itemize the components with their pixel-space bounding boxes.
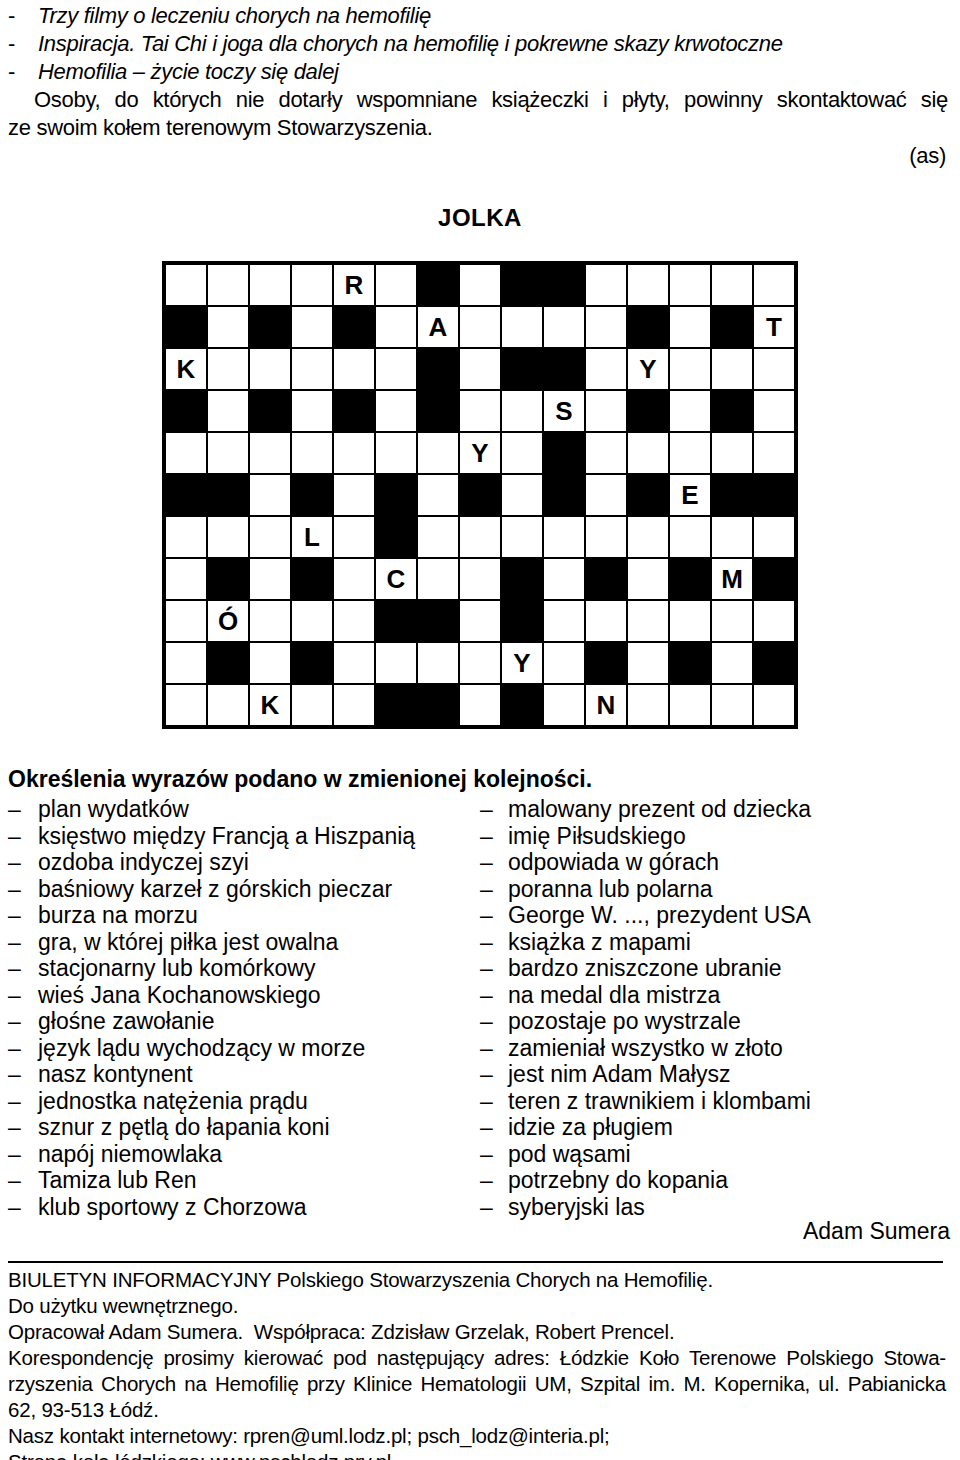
black-cell-r3c10 <box>544 349 584 389</box>
clue-text: imię Piłsudskiego <box>508 823 686 850</box>
black-cell-r6c4 <box>292 475 332 515</box>
clue-item: –na medal dla mistrza <box>480 982 950 1009</box>
dash-marker: – <box>8 982 38 1009</box>
cell-r3c11[interactable] <box>586 349 626 389</box>
cell-r10c8[interactable] <box>460 643 500 683</box>
cell-r10c3[interactable] <box>250 643 290 683</box>
crossword-grid-wrapper: RATKYSYELCMÓYKN <box>0 261 960 729</box>
cell-r3c3[interactable] <box>250 349 290 389</box>
clue-item: –syberyjski las <box>480 1194 950 1221</box>
cell-r9c3[interactable] <box>250 601 290 641</box>
dash-marker: – <box>8 955 38 982</box>
intro-section: -Trzy filmy o leczeniu chorych na hemofi… <box>8 2 948 170</box>
cell-r3c13[interactable] <box>670 349 710 389</box>
cell-r4c13[interactable] <box>670 391 710 431</box>
clue-item: –klub sportowy z Chorzowa <box>8 1194 480 1221</box>
cell-r11c12[interactable] <box>628 685 668 725</box>
cell-r3c8[interactable] <box>460 349 500 389</box>
footer-line: Do użytku wewnętrznego. <box>8 1293 946 1319</box>
clue-text: książka z mapami <box>508 929 691 956</box>
cell-r9c14[interactable] <box>712 601 752 641</box>
cell-r10c9[interactable]: Y <box>502 643 542 683</box>
dash-marker: – <box>480 796 508 823</box>
clue-text: burza na morzu <box>38 902 198 929</box>
cell-r3c4[interactable] <box>292 349 332 389</box>
cell-r7c12[interactable] <box>628 517 668 557</box>
cell-r11c15[interactable] <box>754 685 794 725</box>
black-cell-r6c1 <box>166 475 206 515</box>
black-cell-r8c15 <box>754 559 794 599</box>
cell-r3c1[interactable]: K <box>166 349 206 389</box>
cell-r5c2[interactable] <box>208 433 248 473</box>
black-cell-r8c2 <box>208 559 248 599</box>
clue-item: –teren z trawnikiem i klombami <box>480 1088 950 1115</box>
dash-marker: – <box>8 796 38 823</box>
puzzle-author: Adam Sumera <box>803 1218 950 1245</box>
cell-r11c8[interactable] <box>460 685 500 725</box>
cell-r3c6[interactable] <box>376 349 416 389</box>
clue-item: –książka z mapami <box>480 929 950 956</box>
cell-r7c10[interactable] <box>544 517 584 557</box>
cell-r10c12[interactable] <box>628 643 668 683</box>
black-cell-r6c6 <box>376 475 416 515</box>
clue-item: –plan wydatków <box>8 796 480 823</box>
clue-item: –jednostka natężenia prądu <box>8 1088 480 1115</box>
intro-list-item: -Trzy filmy o leczeniu chorych na hemofi… <box>8 2 948 30</box>
clue-item: –potrzebny do kopania <box>480 1167 950 1194</box>
clue-item: –nasz kontynent <box>8 1061 480 1088</box>
clue-item: –poranna lub polarna <box>480 876 950 903</box>
intro-paragraph-line: Osoby, do których nie dotarły wspomniane… <box>8 86 948 114</box>
footer-section: BIULETYN INFORMACYJNY Polskiego Stowarzy… <box>8 1267 946 1460</box>
black-cell-r9c7 <box>418 601 458 641</box>
intro-list-item: -Inspiracja. Tai Chi i joga dla chorych … <box>8 30 948 58</box>
cell-r3c14[interactable] <box>712 349 752 389</box>
black-cell-r11c9 <box>502 685 542 725</box>
cell-r5c4[interactable] <box>292 433 332 473</box>
dash-marker: – <box>480 1114 508 1141</box>
black-cell-r6c15 <box>754 475 794 515</box>
cell-r4c6[interactable] <box>376 391 416 431</box>
cell-r5c1[interactable] <box>166 433 206 473</box>
clue-item: –Tamiza lub Ren <box>8 1167 480 1194</box>
clue-text: malowany prezent od dziecka <box>508 796 811 823</box>
clue-text: bardzo zniszczone ubranie <box>508 955 782 982</box>
clue-item: –stacjonarny lub komórkowy <box>8 955 480 982</box>
cell-r9c1[interactable] <box>166 601 206 641</box>
dash-marker: – <box>8 1194 38 1221</box>
black-cell-r10c2 <box>208 643 248 683</box>
cell-r8c14[interactable]: M <box>712 559 752 599</box>
dash-marker: – <box>480 1008 508 1035</box>
clue-item: –jest nim Adam Małysz <box>480 1061 950 1088</box>
dash-marker: – <box>480 929 508 956</box>
byline-as: (as) <box>8 142 948 170</box>
cell-r10c10[interactable] <box>544 643 584 683</box>
cell-r9c13[interactable] <box>670 601 710 641</box>
clue-item: –malowany prezent od dziecka <box>480 796 950 823</box>
dash-marker: – <box>480 1167 508 1194</box>
clue-text: napój niemowlaka <box>38 1141 222 1168</box>
cell-r6c11[interactable] <box>586 475 626 515</box>
bulletin-page: { "game": "jolka (Polish crossword puzzl… <box>0 0 960 1460</box>
cell-r11c4[interactable] <box>292 685 332 725</box>
clue-item: –ozdoba indyczej szyi <box>8 849 480 876</box>
clue-text: księstwo między Francją a Hiszpanią <box>38 823 415 850</box>
black-cell-r11c7 <box>418 685 458 725</box>
clue-item: –pozostaje po wystrzale <box>480 1008 950 1035</box>
cell-r1c14[interactable] <box>712 265 752 305</box>
cell-r2c2[interactable] <box>208 307 248 347</box>
clue-text: teren z trawnikiem i klombami <box>508 1088 811 1115</box>
clue-item: –język lądu wychodzący w morze <box>8 1035 480 1062</box>
clue-text: pozostaje po wystrzale <box>508 1008 741 1035</box>
black-cell-r8c9 <box>502 559 542 599</box>
clue-text: odpowiada w górach <box>508 849 719 876</box>
black-cell-r6c8 <box>460 475 500 515</box>
cell-r1c5[interactable]: R <box>334 265 374 305</box>
clue-text: George W. ..., prezydent USA <box>508 902 811 929</box>
clue-item: –bardzo zniszczone ubranie <box>480 955 950 982</box>
cell-r5c11[interactable] <box>586 433 626 473</box>
clue-text: klub sportowy z Chorzowa <box>38 1194 306 1221</box>
cell-r10c7[interactable] <box>418 643 458 683</box>
dash-marker: – <box>480 1088 508 1115</box>
dash-marker: – <box>8 1114 38 1141</box>
cell-r5c9[interactable] <box>502 433 542 473</box>
intro-list: -Trzy filmy o leczeniu chorych na hemofi… <box>8 2 948 86</box>
dash-marker: – <box>8 1167 38 1194</box>
black-cell-r4c7 <box>418 391 458 431</box>
cell-r2c13[interactable] <box>670 307 710 347</box>
clues-heading: Określenia wyrazów podano w zmienionej k… <box>8 766 592 793</box>
cell-r11c1[interactable] <box>166 685 206 725</box>
dash-marker: – <box>480 823 508 850</box>
cell-r2c8[interactable] <box>460 307 500 347</box>
dash-marker: - <box>8 30 38 58</box>
cell-r10c14[interactable] <box>712 643 752 683</box>
black-cell-r4c5 <box>334 391 374 431</box>
cell-r9c4[interactable] <box>292 601 332 641</box>
cell-r2c4[interactable] <box>292 307 332 347</box>
dash-marker: – <box>8 1008 38 1035</box>
clue-item: –George W. ..., prezydent USA <box>480 902 950 929</box>
footer-email-line: Nasz kontakt internetowy: rpren@uml.lodz… <box>8 1423 946 1449</box>
clue-text: wieś Jana Kochanowskiego <box>38 982 321 1009</box>
cell-r1c4[interactable] <box>292 265 332 305</box>
black-cell-r4c14 <box>712 391 752 431</box>
footer-separator-line <box>8 1261 943 1263</box>
cell-r3c15[interactable] <box>754 349 794 389</box>
clue-text: jednostka natężenia prądu <box>38 1088 308 1115</box>
black-cell-r8c11 <box>586 559 626 599</box>
black-cell-r1c10 <box>544 265 584 305</box>
cell-r5c3[interactable] <box>250 433 290 473</box>
cell-r2c15[interactable]: T <box>754 307 794 347</box>
black-cell-r3c9 <box>502 349 542 389</box>
cell-r7c11[interactable] <box>586 517 626 557</box>
dash-marker: – <box>8 1035 38 1062</box>
clue-text: jest nim Adam Małysz <box>508 1061 730 1088</box>
cell-r5c14[interactable] <box>712 433 752 473</box>
black-cell-r10c15 <box>754 643 794 683</box>
black-cell-r4c3 <box>250 391 290 431</box>
cell-r5c6[interactable] <box>376 433 416 473</box>
cell-r7c15[interactable] <box>754 517 794 557</box>
cell-r7c14[interactable] <box>712 517 752 557</box>
clue-text: pod wąsami <box>508 1141 631 1168</box>
clue-text: syberyjski las <box>508 1194 645 1221</box>
black-cell-r2c1 <box>166 307 206 347</box>
black-cell-r6c12 <box>628 475 668 515</box>
clue-text: zamieniał wszystko w złoto <box>508 1035 783 1062</box>
clue-text: potrzebny do kopania <box>508 1167 728 1194</box>
dash-marker: – <box>480 955 508 982</box>
dash-marker: - <box>8 58 38 86</box>
footer-line: Opracował Adam Sumera. Współpraca: Zdzis… <box>8 1319 946 1345</box>
dash-marker: – <box>8 823 38 850</box>
dash-marker: – <box>480 1035 508 1062</box>
cell-r5c7[interactable] <box>418 433 458 473</box>
cell-r6c5[interactable] <box>334 475 374 515</box>
clue-item: –odpowiada w górach <box>480 849 950 876</box>
clue-text: nasz kontynent <box>38 1061 193 1088</box>
cell-r6c9[interactable] <box>502 475 542 515</box>
cell-r8c3[interactable] <box>250 559 290 599</box>
dash-marker: – <box>480 849 508 876</box>
clues-columns: –plan wydatków–księstwo między Francją a… <box>8 796 950 1220</box>
cell-r8c6[interactable]: C <box>376 559 416 599</box>
cell-r5c12[interactable] <box>628 433 668 473</box>
cell-r8c10[interactable] <box>544 559 584 599</box>
dash-marker: – <box>480 1061 508 1088</box>
clue-text: plan wydatków <box>38 796 189 823</box>
cell-r5c13[interactable] <box>670 433 710 473</box>
cell-r11c3[interactable]: K <box>250 685 290 725</box>
black-cell-r1c7 <box>418 265 458 305</box>
black-cell-r9c6 <box>376 601 416 641</box>
cell-r4c15[interactable] <box>754 391 794 431</box>
intro-list-item: -Hemofilia – życie toczy się dalej <box>8 58 948 86</box>
cell-r6c13[interactable]: E <box>670 475 710 515</box>
cell-r10c6[interactable] <box>376 643 416 683</box>
cell-r4c11[interactable] <box>586 391 626 431</box>
clue-text: na medal dla mistrza <box>508 982 720 1009</box>
black-cell-r4c12 <box>628 391 668 431</box>
clue-text: stacjonarny lub komórkowy <box>38 955 315 982</box>
footer-line: 62, 93-513 Łódź. <box>8 1397 946 1423</box>
black-cell-r1c9 <box>502 265 542 305</box>
black-cell-r6c14 <box>712 475 752 515</box>
black-cell-r4c1 <box>166 391 206 431</box>
black-cell-r9c9 <box>502 601 542 641</box>
footer-line: Korespondencję prosimy kierować pod nast… <box>8 1345 946 1371</box>
black-cell-r10c4 <box>292 643 332 683</box>
cell-r4c2[interactable] <box>208 391 248 431</box>
cell-r7c13[interactable] <box>670 517 710 557</box>
cell-r8c12[interactable] <box>628 559 668 599</box>
cell-r7c9[interactable] <box>502 517 542 557</box>
dash-marker: – <box>8 1061 38 1088</box>
cell-r11c13[interactable] <box>670 685 710 725</box>
cell-r1c1[interactable] <box>166 265 206 305</box>
clue-item: –idzie za pługiem <box>480 1114 950 1141</box>
cell-r11c11[interactable]: N <box>586 685 626 725</box>
cell-r9c2[interactable]: Ó <box>208 601 248 641</box>
clue-item: –burza na morzu <box>8 902 480 929</box>
clue-item: –zamieniał wszystko w złoto <box>480 1035 950 1062</box>
cell-r4c8[interactable] <box>460 391 500 431</box>
dash-marker: – <box>8 929 38 956</box>
clue-item: –pod wąsami <box>480 1141 950 1168</box>
cell-r9c15[interactable] <box>754 601 794 641</box>
clues-column-right: –malowany prezent od dziecka–imię Piłsud… <box>480 796 950 1220</box>
black-cell-r8c4 <box>292 559 332 599</box>
cell-r9c8[interactable] <box>460 601 500 641</box>
clue-item: –księstwo między Francją a Hiszpanią <box>8 823 480 850</box>
cell-r9c10[interactable] <box>544 601 584 641</box>
cell-r9c11[interactable] <box>586 601 626 641</box>
clue-text: idzie za pługiem <box>508 1114 673 1141</box>
cell-r1c2[interactable] <box>208 265 248 305</box>
intro-item-text: Inspiracja. Tai Chi i joga dla chorych n… <box>38 30 783 58</box>
dash-marker: – <box>8 1141 38 1168</box>
cell-r11c5[interactable] <box>334 685 374 725</box>
cell-r1c13[interactable] <box>670 265 710 305</box>
footer-website-line: Strona koła łódzkiego: www.pschlodz.prv.… <box>8 1449 946 1460</box>
clue-text: baśniowy karzeł z górskich pieczar <box>38 876 392 903</box>
black-cell-r6c2 <box>208 475 248 515</box>
black-cell-r8c13 <box>670 559 710 599</box>
cell-r1c3[interactable] <box>250 265 290 305</box>
cell-r5c5[interactable] <box>334 433 374 473</box>
clue-text: gra, w której piłka jest owalna <box>38 929 338 956</box>
cell-r3c12[interactable]: Y <box>628 349 668 389</box>
cell-r1c12[interactable] <box>628 265 668 305</box>
cell-r4c4[interactable] <box>292 391 332 431</box>
cell-r2c6[interactable] <box>376 307 416 347</box>
puzzle-title: JOLKA <box>0 204 960 232</box>
cell-r3c5[interactable] <box>334 349 374 389</box>
cell-r8c1[interactable] <box>166 559 206 599</box>
footer-line: rzyszenia Chorych na Hemofilię przy Klin… <box>8 1371 946 1397</box>
cell-r11c2[interactable] <box>208 685 248 725</box>
black-cell-r10c11 <box>586 643 626 683</box>
cell-r11c10[interactable] <box>544 685 584 725</box>
cell-r3c2[interactable] <box>208 349 248 389</box>
black-cell-r2c12 <box>628 307 668 347</box>
black-cell-r2c14 <box>712 307 752 347</box>
cell-r4c9[interactable] <box>502 391 542 431</box>
black-cell-r10c13 <box>670 643 710 683</box>
dash-marker: – <box>480 876 508 903</box>
dash-marker: – <box>480 1194 508 1221</box>
clue-text: sznur z pętlą do łapania koni <box>38 1114 330 1141</box>
dash-marker: – <box>8 1088 38 1115</box>
black-cell-r7c6 <box>376 517 416 557</box>
intro-paragraph-line: ze swoim kołem terenowym Stowarzyszenia. <box>8 114 948 142</box>
cell-r8c5[interactable] <box>334 559 374 599</box>
cell-r2c11[interactable] <box>586 307 626 347</box>
clue-item: –gra, w której piłka jest owalna <box>8 929 480 956</box>
cell-r1c15[interactable] <box>754 265 794 305</box>
cell-r7c5[interactable] <box>334 517 374 557</box>
cell-r9c12[interactable] <box>628 601 668 641</box>
clue-text: Tamiza lub Ren <box>38 1167 197 1194</box>
cell-r2c7[interactable]: A <box>418 307 458 347</box>
cell-r7c7[interactable] <box>418 517 458 557</box>
intro-item-text: Trzy filmy o leczeniu chorych na hemofil… <box>38 2 431 30</box>
clue-item: –wieś Jana Kochanowskiego <box>8 982 480 1009</box>
cell-r8c8[interactable] <box>460 559 500 599</box>
dash-marker: – <box>480 902 508 929</box>
black-cell-r2c5 <box>334 307 374 347</box>
cell-r6c3[interactable] <box>250 475 290 515</box>
cell-r10c1[interactable] <box>166 643 206 683</box>
black-cell-r2c3 <box>250 307 290 347</box>
clue-item: –baśniowy karzeł z górskich pieczar <box>8 876 480 903</box>
cell-r8c7[interactable] <box>418 559 458 599</box>
black-cell-r6c10 <box>544 475 584 515</box>
clue-item: –napój niemowlaka <box>8 1141 480 1168</box>
cell-r9c5[interactable] <box>334 601 374 641</box>
dash-marker: – <box>480 982 508 1009</box>
intro-item-text: Hemofilia – życie toczy się dalej <box>38 58 339 86</box>
clues-column-left: –plan wydatków–księstwo między Francją a… <box>8 796 480 1220</box>
footer-line: BIULETYN INFORMACYJNY Polskiego Stowarzy… <box>8 1267 946 1293</box>
clue-item: –imię Piłsudskiego <box>480 823 950 850</box>
cell-r1c6[interactable] <box>376 265 416 305</box>
cell-r2c10[interactable] <box>544 307 584 347</box>
black-cell-r5c10 <box>544 433 584 473</box>
dash-marker: – <box>8 849 38 876</box>
black-cell-r11c6 <box>376 685 416 725</box>
cell-r7c2[interactable] <box>208 517 248 557</box>
dash-marker: – <box>480 1141 508 1168</box>
clue-text: głośne zawołanie <box>38 1008 214 1035</box>
clue-item: –sznur z pętlą do łapania koni <box>8 1114 480 1141</box>
black-cell-r3c7 <box>418 349 458 389</box>
clue-item: –głośne zawołanie <box>8 1008 480 1035</box>
clue-text: język lądu wychodzący w morze <box>38 1035 365 1062</box>
cell-r6c7[interactable] <box>418 475 458 515</box>
cell-r5c8[interactable]: Y <box>460 433 500 473</box>
cell-r1c8[interactable] <box>460 265 500 305</box>
clue-text: poranna lub polarna <box>508 876 713 903</box>
cell-r7c3[interactable] <box>250 517 290 557</box>
dash-marker: – <box>8 902 38 929</box>
cell-r1c11[interactable] <box>586 265 626 305</box>
cell-r5c15[interactable] <box>754 433 794 473</box>
crossword-grid: RATKYSYELCMÓYKN <box>162 261 798 729</box>
cell-r4c10[interactable]: S <box>544 391 584 431</box>
dash-marker: - <box>8 2 38 30</box>
clue-text: ozdoba indyczej szyi <box>38 849 249 876</box>
cell-r10c5[interactable] <box>334 643 374 683</box>
cell-r7c1[interactable] <box>166 517 206 557</box>
cell-r11c14[interactable] <box>712 685 752 725</box>
cell-r2c9[interactable] <box>502 307 542 347</box>
dash-marker: – <box>8 876 38 903</box>
cell-r7c4[interactable]: L <box>292 517 332 557</box>
cell-r7c8[interactable] <box>460 517 500 557</box>
